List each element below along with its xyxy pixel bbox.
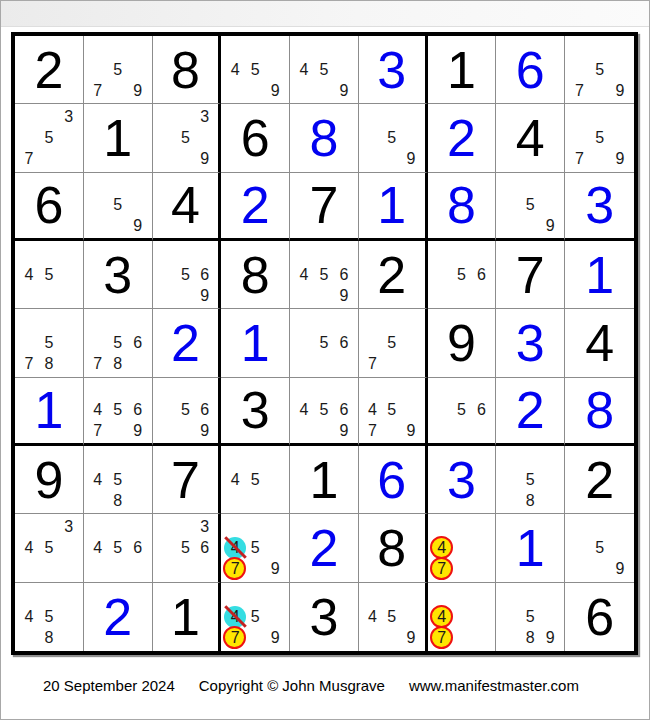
candidate-9: 9 — [265, 80, 285, 101]
candidate-9: 9 — [128, 80, 148, 101]
candidate-9: 9 — [401, 421, 420, 441]
cell-r3c2[interactable]: 59 — [84, 173, 153, 241]
given-digit: 1 — [310, 454, 339, 506]
cell-r1c3[interactable]: 8 — [153, 36, 222, 104]
candidate-5: 5 — [245, 59, 265, 80]
cell-r5c9[interactable]: 4 — [565, 309, 634, 377]
candidate-6: 6 — [128, 400, 148, 420]
candidate-4: 4 — [294, 264, 314, 285]
cell-r8c9[interactable]: 59 — [565, 514, 634, 582]
candidate-5: 5 — [382, 606, 401, 627]
solved-digit: 3 — [585, 179, 614, 231]
solved-digit: 6 — [377, 454, 406, 506]
candidate-7: 7 — [569, 80, 589, 101]
cell-r7c6[interactable]: 6 — [359, 446, 428, 514]
candidate-4-cyan-slash: 4 — [225, 537, 245, 558]
candidate-5: 5 — [452, 264, 472, 285]
given-digit: 4 — [171, 179, 200, 231]
page: 2579845945931657935713596859245796594271… — [0, 0, 650, 720]
cell-r9c9[interactable]: 6 — [565, 583, 634, 651]
cell-r7c5[interactable]: 1 — [290, 446, 359, 514]
candidate-8: 8 — [108, 490, 128, 511]
solved-digit: 3 — [377, 44, 406, 96]
cell-r4c9[interactable]: 1 — [565, 241, 634, 309]
cell-r8c1[interactable]: 345 — [15, 514, 84, 582]
solved-digit: 8 — [585, 384, 614, 436]
cell-r2c6[interactable]: 59 — [359, 104, 428, 172]
candidate-5: 5 — [39, 537, 59, 558]
cell-r8c3[interactable]: 356 — [153, 514, 222, 582]
candidate-3: 3 — [195, 106, 214, 127]
pencil-marks: 4569 — [290, 241, 358, 308]
cell-r9c2[interactable]: 2 — [84, 583, 153, 651]
cell-r3c5[interactable]: 7 — [290, 173, 359, 241]
candidate-7: 7 — [88, 421, 108, 441]
candidate-9: 9 — [401, 628, 420, 649]
cell-r9c3[interactable]: 1 — [153, 583, 222, 651]
candidate-4: 4 — [88, 400, 108, 420]
cell-r3c4[interactable]: 2 — [221, 173, 290, 241]
candidate-8: 8 — [39, 354, 59, 375]
solved-digit: 1 — [377, 179, 406, 231]
candidate-5: 5 — [382, 400, 401, 420]
given-digit: 7 — [516, 249, 545, 301]
candidate-7: 7 — [19, 149, 39, 170]
pencil-marks: 356 — [153, 514, 219, 581]
pencil-marks: 458 — [84, 446, 152, 513]
pencil-marks: 357 — [15, 104, 83, 171]
pencil-marks: 569 — [153, 241, 219, 308]
cell-r5c2[interactable]: 5678 — [84, 309, 153, 377]
candidate-5: 5 — [108, 332, 128, 353]
cell-r8c7[interactable]: 47 — [428, 514, 497, 582]
given-digit: 9 — [447, 317, 476, 369]
candidate-5: 5 — [39, 264, 59, 285]
cell-r6c3[interactable]: 569 — [153, 378, 222, 446]
candidate-7-yellow-ring: 7 — [225, 628, 245, 649]
candidate-9: 9 — [610, 559, 630, 580]
candidate-7-yellow-ring: 7 — [432, 628, 452, 649]
top-bar — [1, 1, 649, 27]
candidate-8: 8 — [520, 628, 540, 649]
solved-digit: 8 — [447, 179, 476, 231]
cell-r1c5[interactable]: 459 — [290, 36, 359, 104]
candidate-3: 3 — [59, 516, 79, 537]
candidate-4: 4 — [225, 59, 245, 80]
cell-r7c9[interactable]: 2 — [565, 446, 634, 514]
cell-r6c2[interactable]: 45679 — [84, 378, 153, 446]
candidate-5: 5 — [589, 537, 609, 558]
given-digit: 9 — [34, 454, 63, 506]
candidate-5: 5 — [108, 400, 128, 420]
cell-r2c9[interactable]: 579 — [565, 104, 634, 172]
candidate-9: 9 — [195, 421, 214, 441]
candidate-3: 3 — [59, 106, 79, 127]
candidate-7: 7 — [363, 421, 382, 441]
cell-r1c9[interactable]: 579 — [565, 36, 634, 104]
cell-r1c6[interactable]: 3 — [359, 36, 428, 104]
candidate-5: 5 — [314, 59, 334, 80]
pencil-marks: 359 — [153, 104, 219, 171]
pencil-marks: 345 — [15, 514, 83, 581]
candidate-3: 3 — [195, 516, 214, 537]
given-digit: 3 — [103, 249, 132, 301]
candidate-5: 5 — [108, 59, 128, 80]
candidate-5: 5 — [382, 127, 401, 148]
cell-r6c6[interactable]: 4579 — [359, 378, 428, 446]
candidate-5: 5 — [314, 332, 334, 353]
pencil-marks: 59 — [496, 173, 564, 238]
candidate-5: 5 — [39, 127, 59, 148]
pencil-marks: 47 — [428, 583, 496, 651]
cell-r8c4[interactable]: 4579 — [221, 514, 290, 582]
candidate-5: 5 — [176, 127, 195, 148]
candidate-4-yellow-ring: 4 — [432, 606, 452, 627]
candidate-5: 5 — [39, 332, 59, 353]
pencil-marks: 59 — [359, 104, 425, 171]
pencil-marks: 578 — [15, 309, 83, 376]
given-digit: 4 — [516, 112, 545, 164]
cell-r7c7[interactable]: 3 — [428, 446, 497, 514]
cell-r5c1[interactable]: 578 — [15, 309, 84, 377]
candidate-6: 6 — [195, 400, 214, 420]
candidate-5: 5 — [382, 332, 401, 353]
cell-r4c8[interactable]: 7 — [496, 241, 565, 309]
candidate-5: 5 — [452, 400, 472, 420]
candidate-9: 9 — [610, 80, 630, 101]
cell-r7c8[interactable]: 58 — [496, 446, 565, 514]
cell-r5c4[interactable]: 1 — [221, 309, 290, 377]
solved-digit: 2 — [103, 591, 132, 643]
given-digit: 8 — [241, 249, 270, 301]
given-digit: 3 — [310, 591, 339, 643]
cell-r1c1[interactable]: 2 — [15, 36, 84, 104]
pencil-marks: 459 — [290, 36, 358, 103]
candidate-4: 4 — [88, 469, 108, 490]
cell-r6c9[interactable]: 8 — [565, 378, 634, 446]
cell-r1c4[interactable]: 459 — [221, 36, 290, 104]
candidate-4-yellow-ring: 4 — [432, 537, 452, 558]
candidate-5: 5 — [39, 606, 59, 627]
given-digit: 6 — [585, 591, 614, 643]
candidate-6: 6 — [472, 264, 492, 285]
pencil-marks: 4579 — [221, 583, 289, 651]
solved-digit: 8 — [310, 112, 339, 164]
pencil-marks: 569 — [153, 378, 219, 443]
candidate-7: 7 — [569, 149, 589, 170]
given-digit: 1 — [103, 112, 132, 164]
cell-r4c5[interactable]: 4569 — [290, 241, 359, 309]
candidate-9: 9 — [265, 628, 285, 649]
candidate-6: 6 — [195, 264, 214, 285]
cell-r5c8[interactable]: 3 — [496, 309, 565, 377]
candidate-8: 8 — [520, 490, 540, 511]
candidate-8: 8 — [39, 628, 59, 649]
cell-r4c6[interactable]: 2 — [359, 241, 428, 309]
cell-r2c5[interactable]: 8 — [290, 104, 359, 172]
pencil-marks: 4569 — [290, 378, 358, 443]
given-digit: 8 — [171, 44, 200, 96]
candidate-4: 4 — [19, 537, 39, 558]
candidate-7: 7 — [363, 354, 382, 375]
candidate-5: 5 — [520, 195, 540, 215]
cell-r6c5[interactable]: 4569 — [290, 378, 359, 446]
solved-digit: 2 — [310, 522, 339, 574]
given-digit: 1 — [447, 44, 476, 96]
cell-r8c8[interactable]: 1 — [496, 514, 565, 582]
cell-r4c3[interactable]: 569 — [153, 241, 222, 309]
cell-r3c8[interactable]: 59 — [496, 173, 565, 241]
candidate-4: 4 — [19, 606, 39, 627]
candidate-6: 6 — [128, 537, 148, 558]
candidate-9: 9 — [128, 216, 148, 236]
pencil-marks: 579 — [565, 104, 634, 171]
candidate-7: 7 — [19, 354, 39, 375]
candidate-6: 6 — [334, 264, 354, 285]
candidate-4: 4 — [225, 469, 245, 490]
candidate-7: 7 — [88, 354, 108, 375]
candidate-4: 4 — [363, 606, 382, 627]
candidate-5: 5 — [245, 606, 265, 627]
cell-r5c6[interactable]: 57 — [359, 309, 428, 377]
candidate-9: 9 — [195, 149, 214, 170]
cell-r3c9[interactable]: 3 — [565, 173, 634, 241]
candidate-5: 5 — [520, 469, 540, 490]
candidate-5: 5 — [108, 537, 128, 558]
pencil-marks: 56 — [428, 241, 496, 308]
given-digit: 6 — [241, 112, 270, 164]
candidate-4: 4 — [88, 537, 108, 558]
candidate-6: 6 — [128, 332, 148, 353]
solved-digit: 2 — [241, 179, 270, 231]
pencil-marks: 456 — [84, 514, 152, 581]
footer-website: www.manifestmaster.com — [409, 677, 579, 694]
candidate-5: 5 — [176, 537, 195, 558]
cell-r7c3[interactable]: 7 — [153, 446, 222, 514]
candidate-9: 9 — [401, 149, 420, 170]
cell-r5c5[interactable]: 56 — [290, 309, 359, 377]
cell-r4c7[interactable]: 56 — [428, 241, 497, 309]
pencil-marks: 45 — [15, 241, 83, 308]
cell-r8c5[interactable]: 2 — [290, 514, 359, 582]
candidate-9: 9 — [540, 628, 560, 649]
cell-r5c7[interactable]: 9 — [428, 309, 497, 377]
cell-r6c4[interactable]: 3 — [221, 378, 290, 446]
solved-digit: 3 — [447, 454, 476, 506]
candidate-9: 9 — [540, 216, 560, 236]
candidate-9: 9 — [265, 559, 285, 580]
candidate-6: 6 — [195, 537, 214, 558]
candidate-7-yellow-ring: 7 — [225, 559, 245, 580]
cell-r2c3[interactable]: 359 — [153, 104, 222, 172]
candidate-4: 4 — [19, 264, 39, 285]
solved-digit: 2 — [447, 112, 476, 164]
cell-r6c8[interactable]: 2 — [496, 378, 565, 446]
pencil-marks: 4579 — [221, 514, 289, 581]
candidate-5: 5 — [589, 127, 609, 148]
cell-r3c7[interactable]: 8 — [428, 173, 497, 241]
pencil-marks: 56 — [290, 309, 358, 376]
cell-r8c2[interactable]: 456 — [84, 514, 153, 582]
candidate-5: 5 — [589, 59, 609, 80]
candidate-9: 9 — [128, 421, 148, 441]
given-digit: 2 — [585, 454, 614, 506]
candidate-9: 9 — [334, 80, 354, 101]
footer-date: 20 September 2024 — [43, 677, 175, 694]
candidate-6: 6 — [334, 400, 354, 420]
footer-copyright: Copyright © John Musgrave — [199, 677, 385, 694]
given-digit: 7 — [171, 454, 200, 506]
sudoku-board: 2579845945931657935713596859245796594271… — [11, 32, 638, 655]
candidate-4-cyan-slash: 4 — [225, 606, 245, 627]
candidate-7: 7 — [88, 80, 108, 101]
cell-r2c1[interactable]: 357 — [15, 104, 84, 172]
candidate-4: 4 — [363, 400, 382, 420]
solved-digit: 1 — [34, 384, 63, 436]
cell-r9c7[interactable]: 47 — [428, 583, 497, 651]
cell-r2c4[interactable]: 6 — [221, 104, 290, 172]
candidate-5: 5 — [314, 400, 334, 420]
pencil-marks: 459 — [359, 583, 425, 651]
cell-r3c6[interactable]: 1 — [359, 173, 428, 241]
candidate-5: 5 — [176, 400, 195, 420]
cell-r2c8[interactable]: 4 — [496, 104, 565, 172]
candidate-4: 4 — [294, 59, 314, 80]
cell-r9c5[interactable]: 3 — [290, 583, 359, 651]
cell-r2c7[interactable]: 2 — [428, 104, 497, 172]
given-digit: 7 — [310, 179, 339, 231]
cell-r1c7[interactable]: 1 — [428, 36, 497, 104]
cell-r4c4[interactable]: 8 — [221, 241, 290, 309]
candidate-9: 9 — [610, 149, 630, 170]
given-digit: 2 — [377, 249, 406, 301]
pencil-marks: 45679 — [84, 378, 152, 443]
cell-r7c1[interactable]: 9 — [15, 446, 84, 514]
given-digit: 1 — [171, 591, 200, 643]
pencil-marks: 47 — [428, 514, 496, 581]
cell-r1c8[interactable]: 6 — [496, 36, 565, 104]
candidate-6: 6 — [334, 332, 354, 353]
given-digit: 6 — [34, 179, 63, 231]
cell-r4c1[interactable]: 45 — [15, 241, 84, 309]
candidate-5: 5 — [108, 195, 128, 215]
pencil-marks: 57 — [359, 309, 425, 376]
cell-r3c3[interactable]: 4 — [153, 173, 222, 241]
given-digit: 2 — [34, 44, 63, 96]
solved-digit: 1 — [516, 522, 545, 574]
cell-r9c1[interactable]: 458 — [15, 583, 84, 651]
pencil-marks: 579 — [565, 36, 634, 103]
solved-digit: 1 — [241, 317, 270, 369]
solved-digit: 3 — [516, 317, 545, 369]
candidate-5: 5 — [245, 537, 265, 558]
pencil-marks: 59 — [565, 514, 634, 581]
candidate-6: 6 — [472, 400, 492, 420]
given-digit: 3 — [241, 384, 270, 436]
candidate-5: 5 — [520, 606, 540, 627]
cell-r8c6[interactable]: 8 — [359, 514, 428, 582]
pencil-marks: 458 — [15, 583, 83, 651]
cell-r9c4[interactable]: 4579 — [221, 583, 290, 651]
cell-r5c3[interactable]: 2 — [153, 309, 222, 377]
candidate-5: 5 — [245, 469, 265, 490]
footer: 20 September 2024 Copyright © John Musgr… — [43, 677, 579, 694]
solved-digit: 6 — [516, 44, 545, 96]
cell-r4c2[interactable]: 3 — [84, 241, 153, 309]
pencil-marks: 59 — [84, 173, 152, 238]
given-digit: 4 — [585, 317, 614, 369]
pencil-marks: 4579 — [359, 378, 425, 443]
given-digit: 8 — [377, 522, 406, 574]
cell-r9c8[interactable]: 589 — [496, 583, 565, 651]
solved-digit: 2 — [516, 384, 545, 436]
cell-r7c2[interactable]: 458 — [84, 446, 153, 514]
candidate-4: 4 — [294, 400, 314, 420]
candidate-5: 5 — [314, 264, 334, 285]
pencil-marks: 45 — [221, 446, 289, 513]
pencil-marks: 56 — [428, 378, 496, 443]
candidate-9: 9 — [195, 285, 214, 306]
pencil-marks: 589 — [496, 583, 564, 651]
solved-digit: 1 — [585, 249, 614, 301]
cell-r1c2[interactable]: 579 — [84, 36, 153, 104]
candidate-8: 8 — [108, 354, 128, 375]
pencil-marks: 5678 — [84, 309, 152, 376]
solved-digit: 2 — [171, 317, 200, 369]
candidate-5: 5 — [176, 264, 195, 285]
pencil-marks: 58 — [496, 446, 564, 513]
candidate-9: 9 — [334, 285, 354, 306]
cell-r9c6[interactable]: 459 — [359, 583, 428, 651]
pencil-marks: 459 — [221, 36, 289, 103]
cell-r3c1[interactable]: 6 — [15, 173, 84, 241]
candidate-9: 9 — [334, 421, 354, 441]
cell-r2c2[interactable]: 1 — [84, 104, 153, 172]
cell-r6c7[interactable]: 56 — [428, 378, 497, 446]
cell-r7c4[interactable]: 45 — [221, 446, 290, 514]
pencil-marks: 579 — [84, 36, 152, 103]
candidate-5: 5 — [108, 469, 128, 490]
cell-r6c1[interactable]: 1 — [15, 378, 84, 446]
candidate-7-yellow-ring: 7 — [432, 559, 452, 580]
